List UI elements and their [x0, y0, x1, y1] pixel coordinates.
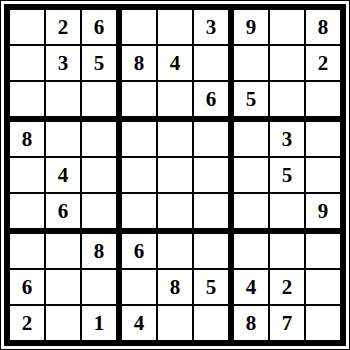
cell-r7c4[interactable]: 6: [122, 234, 158, 270]
cell-r1c7[interactable]: 9: [234, 10, 270, 46]
cell-r7c9[interactable]: [306, 234, 340, 270]
cell-r5c1[interactable]: [10, 158, 46, 194]
cell-r1c8[interactable]: [270, 10, 306, 46]
cell-r3c7[interactable]: 5: [234, 82, 270, 122]
cell-r7c5[interactable]: [158, 234, 194, 270]
cell-r2c3[interactable]: 5: [82, 46, 122, 82]
cell-r4c6[interactable]: [194, 122, 234, 158]
cell-r6c1[interactable]: [10, 194, 46, 234]
cell-r4c1[interactable]: 8: [10, 122, 46, 158]
cell-r8c2[interactable]: [46, 270, 82, 306]
cell-r5c8[interactable]: 5: [270, 158, 306, 194]
cell-r6c7[interactable]: [234, 194, 270, 234]
cell-r7c2[interactable]: [46, 234, 82, 270]
cell-r4c8[interactable]: 3: [270, 122, 306, 158]
cell-r6c4[interactable]: [122, 194, 158, 234]
cell-r6c9[interactable]: 9: [306, 194, 340, 234]
cell-r8c9[interactable]: [306, 270, 340, 306]
cell-r8c1[interactable]: 6: [10, 270, 46, 306]
cell-r5c7[interactable]: [234, 158, 270, 194]
cell-r9c6[interactable]: [194, 306, 234, 340]
cell-r6c2[interactable]: 6: [46, 194, 82, 234]
cell-r8c3[interactable]: [82, 270, 122, 306]
cell-r3c6[interactable]: 6: [194, 82, 234, 122]
cell-r3c3[interactable]: [82, 82, 122, 122]
cell-r9c4[interactable]: 4: [122, 306, 158, 340]
cell-r2c8[interactable]: [270, 46, 306, 82]
cell-r3c5[interactable]: [158, 82, 194, 122]
sudoku-board: 263983584265834569866854221487: [4, 4, 346, 346]
cell-r6c5[interactable]: [158, 194, 194, 234]
cell-r6c3[interactable]: [82, 194, 122, 234]
cell-r7c1[interactable]: [10, 234, 46, 270]
cell-r4c3[interactable]: [82, 122, 122, 158]
cell-r1c3[interactable]: 6: [82, 10, 122, 46]
cell-r4c9[interactable]: [306, 122, 340, 158]
cell-r7c3[interactable]: 8: [82, 234, 122, 270]
cell-r2c5[interactable]: 4: [158, 46, 194, 82]
cell-r4c4[interactable]: [122, 122, 158, 158]
cell-r5c2[interactable]: 4: [46, 158, 82, 194]
cell-r1c2[interactable]: 2: [46, 10, 82, 46]
cell-r9c9[interactable]: [306, 306, 340, 340]
cell-r6c6[interactable]: [194, 194, 234, 234]
cell-r4c7[interactable]: [234, 122, 270, 158]
cell-r7c7[interactable]: [234, 234, 270, 270]
cell-r1c6[interactable]: 3: [194, 10, 234, 46]
cell-r1c4[interactable]: [122, 10, 158, 46]
cell-r9c7[interactable]: 8: [234, 306, 270, 340]
cell-r1c9[interactable]: 8: [306, 10, 340, 46]
cell-r9c3[interactable]: 1: [82, 306, 122, 340]
cell-r2c9[interactable]: 2: [306, 46, 340, 82]
cell-r7c8[interactable]: [270, 234, 306, 270]
cell-r1c5[interactable]: [158, 10, 194, 46]
cell-r5c4[interactable]: [122, 158, 158, 194]
cell-r1c1[interactable]: [10, 10, 46, 46]
cell-r3c1[interactable]: [10, 82, 46, 122]
cell-r2c2[interactable]: 3: [46, 46, 82, 82]
cell-r3c4[interactable]: [122, 82, 158, 122]
page-frame: 263983584265834569866854221487: [0, 0, 350, 350]
cell-r4c5[interactable]: [158, 122, 194, 158]
cell-r3c9[interactable]: [306, 82, 340, 122]
cell-r2c7[interactable]: [234, 46, 270, 82]
cell-r3c2[interactable]: [46, 82, 82, 122]
cell-r5c6[interactable]: [194, 158, 234, 194]
cell-r8c5[interactable]: 8: [158, 270, 194, 306]
cell-r5c3[interactable]: [82, 158, 122, 194]
cell-r9c1[interactable]: 2: [10, 306, 46, 340]
cell-r3c8[interactable]: [270, 82, 306, 122]
cell-r2c6[interactable]: [194, 46, 234, 82]
cell-r7c6[interactable]: [194, 234, 234, 270]
cell-r4c2[interactable]: [46, 122, 82, 158]
cell-r8c4[interactable]: [122, 270, 158, 306]
cell-r2c1[interactable]: [10, 46, 46, 82]
cell-r9c5[interactable]: [158, 306, 194, 340]
cell-r5c9[interactable]: [306, 158, 340, 194]
cell-r8c7[interactable]: 4: [234, 270, 270, 306]
cell-r9c2[interactable]: [46, 306, 82, 340]
cell-r8c6[interactable]: 5: [194, 270, 234, 306]
cell-r8c8[interactable]: 2: [270, 270, 306, 306]
cell-r2c4[interactable]: 8: [122, 46, 158, 82]
cell-r6c8[interactable]: [270, 194, 306, 234]
cell-r5c5[interactable]: [158, 158, 194, 194]
cell-r9c8[interactable]: 7: [270, 306, 306, 340]
